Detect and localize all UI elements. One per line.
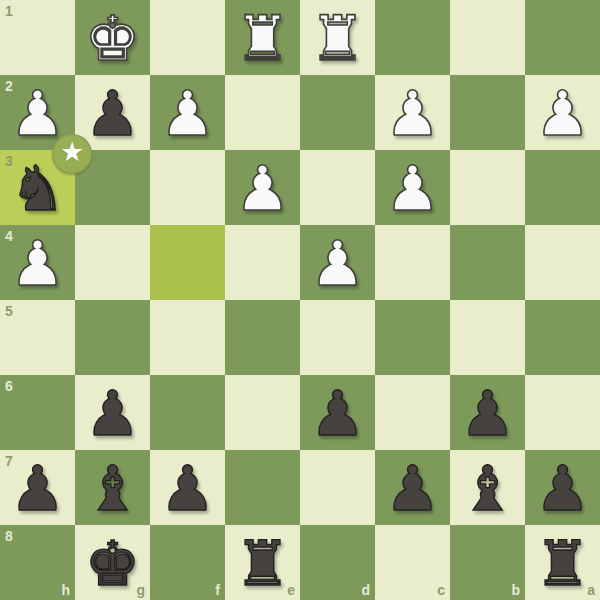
square-f1[interactable] (150, 0, 225, 75)
square-g7[interactable]: ♝ (75, 450, 150, 525)
square-h6[interactable]: 6 (0, 375, 75, 450)
best-move-badge: ★ (52, 134, 92, 174)
square-f5[interactable] (150, 300, 225, 375)
black-pawn-piece[interactable]: ♟ (75, 375, 150, 450)
square-c4[interactable] (375, 225, 450, 300)
square-g2[interactable]: ♟ (75, 75, 150, 150)
chess-board: 1♚♜♜2♟♟♟♟♟3♞♟♟4♟♟56♟♟♟7♟♝♟♟♝♟8hg♚fe♜dcba… (0, 0, 600, 600)
file-label-b: b (511, 582, 520, 598)
square-b3[interactable] (450, 150, 525, 225)
square-c6[interactable] (375, 375, 450, 450)
rank-label-4: 4 (5, 228, 13, 244)
square-e6[interactable] (225, 375, 300, 450)
square-d5[interactable] (300, 300, 375, 375)
square-f6[interactable] (150, 375, 225, 450)
square-d6[interactable]: ♟ (300, 375, 375, 450)
square-a3[interactable] (525, 150, 600, 225)
square-c1[interactable] (375, 0, 450, 75)
black-pawn-piece[interactable]: ♟ (75, 75, 150, 150)
square-c2[interactable]: ♟ (375, 75, 450, 150)
square-a4[interactable] (525, 225, 600, 300)
square-c7[interactable]: ♟ (375, 450, 450, 525)
black-pawn-piece[interactable]: ♟ (375, 450, 450, 525)
black-bishop-piece[interactable]: ♝ (75, 450, 150, 525)
file-label-d: d (361, 582, 370, 598)
square-a1[interactable] (525, 0, 600, 75)
black-pawn-piece[interactable]: ♟ (150, 450, 225, 525)
square-f2[interactable]: ♟ (150, 75, 225, 150)
file-label-g: g (136, 582, 145, 598)
black-bishop-piece[interactable]: ♝ (450, 450, 525, 525)
white-rook-piece[interactable]: ♜ (225, 0, 300, 75)
square-c3[interactable]: ♟ (375, 150, 450, 225)
square-d8[interactable]: d (300, 525, 375, 600)
square-b7[interactable]: ♝ (450, 450, 525, 525)
square-a6[interactable] (525, 375, 600, 450)
white-pawn-piece[interactable]: ♟ (150, 75, 225, 150)
rank-label-3: 3 (5, 153, 13, 169)
star-icon: ★ (60, 139, 84, 166)
square-d1[interactable]: ♜ (300, 0, 375, 75)
square-f7[interactable]: ♟ (150, 450, 225, 525)
square-h7[interactable]: 7♟ (0, 450, 75, 525)
square-d7[interactable] (300, 450, 375, 525)
square-a2[interactable]: ♟ (525, 75, 600, 150)
square-f3[interactable] (150, 150, 225, 225)
white-king-piece[interactable]: ♚ (75, 0, 150, 75)
square-h4[interactable]: 4♟ (0, 225, 75, 300)
rank-label-8: 8 (5, 528, 13, 544)
square-e2[interactable] (225, 75, 300, 150)
white-pawn-piece[interactable]: ♟ (375, 150, 450, 225)
square-e3[interactable]: ♟ (225, 150, 300, 225)
white-rook-piece[interactable]: ♜ (300, 0, 375, 75)
square-g6[interactable]: ♟ (75, 375, 150, 450)
rank-label-5: 5 (5, 303, 13, 319)
square-b5[interactable] (450, 300, 525, 375)
square-e8[interactable]: e♜ (225, 525, 300, 600)
square-d2[interactable] (300, 75, 375, 150)
file-label-a: a (587, 582, 595, 598)
square-c5[interactable] (375, 300, 450, 375)
black-pawn-piece[interactable]: ♟ (525, 450, 600, 525)
square-e4[interactable] (225, 225, 300, 300)
square-b8[interactable]: b (450, 525, 525, 600)
file-label-f: f (215, 582, 220, 598)
rank-label-2: 2 (5, 78, 13, 94)
rank-label-6: 6 (5, 378, 13, 394)
white-pawn-piece[interactable]: ♟ (525, 75, 600, 150)
square-b6[interactable]: ♟ (450, 375, 525, 450)
white-pawn-piece[interactable]: ♟ (375, 75, 450, 150)
square-h5[interactable]: 5 (0, 300, 75, 375)
square-d3[interactable] (300, 150, 375, 225)
rank-label-7: 7 (5, 453, 13, 469)
square-d4[interactable]: ♟ (300, 225, 375, 300)
square-c8[interactable]: c (375, 525, 450, 600)
square-g8[interactable]: g♚ (75, 525, 150, 600)
square-g5[interactable] (75, 300, 150, 375)
square-g1[interactable]: ♚ (75, 0, 150, 75)
square-f8[interactable]: f (150, 525, 225, 600)
square-h1[interactable]: 1 (0, 0, 75, 75)
white-pawn-piece[interactable]: ♟ (225, 150, 300, 225)
square-g4[interactable] (75, 225, 150, 300)
square-a5[interactable] (525, 300, 600, 375)
white-pawn-piece[interactable]: ♟ (300, 225, 375, 300)
square-e1[interactable]: ♜ (225, 0, 300, 75)
square-a7[interactable]: ♟ (525, 450, 600, 525)
square-h8[interactable]: 8h (0, 525, 75, 600)
square-b2[interactable] (450, 75, 525, 150)
square-b4[interactable] (450, 225, 525, 300)
square-e5[interactable] (225, 300, 300, 375)
square-a8[interactable]: a♜ (525, 525, 600, 600)
black-pawn-piece[interactable]: ♟ (450, 375, 525, 450)
black-pawn-piece[interactable]: ♟ (300, 375, 375, 450)
file-label-h: h (61, 582, 70, 598)
file-label-e: e (287, 582, 295, 598)
rank-label-1: 1 (5, 3, 13, 19)
file-label-c: c (437, 582, 445, 598)
square-f4[interactable] (150, 225, 225, 300)
square-b1[interactable] (450, 0, 525, 75)
square-e7[interactable] (225, 450, 300, 525)
